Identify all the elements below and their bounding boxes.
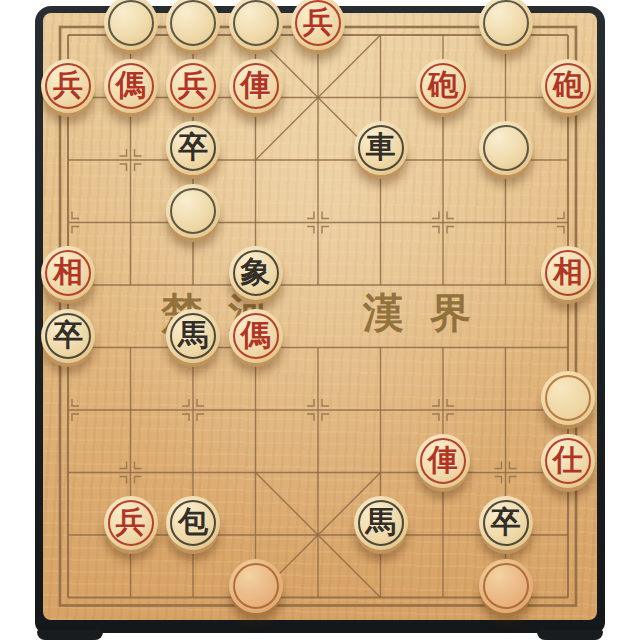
piece-face: 傌 <box>104 59 158 113</box>
piece-facedown[interactable] <box>479 559 533 613</box>
river-label-right: 漢界 <box>363 293 497 334</box>
piece-face: 兵 <box>41 59 95 113</box>
piece-face: 卒 <box>479 496 533 550</box>
piece-red-horse[interactable]: 傌 <box>229 309 283 363</box>
piece-facedown[interactable] <box>104 0 158 50</box>
piece-face: 卒 <box>166 121 220 175</box>
piece-red-soldier[interactable]: 兵 <box>166 59 220 113</box>
piece-red-cannon[interactable]: 砲 <box>416 59 470 113</box>
piece-red-cannon[interactable]: 砲 <box>541 59 595 113</box>
piece-character: 俥 <box>428 445 458 475</box>
piece-face: 砲 <box>541 59 595 113</box>
piece-facedown[interactable] <box>229 559 283 613</box>
piece-facedown[interactable] <box>479 121 533 175</box>
piece-character: 俥 <box>241 70 271 100</box>
piece-face: 相 <box>541 246 595 300</box>
piece-face <box>541 371 595 425</box>
piece-character: 包 <box>178 507 208 537</box>
piece-character: 兵 <box>116 507 146 537</box>
piece-red-chariot[interactable]: 俥 <box>229 59 283 113</box>
piece-face <box>229 0 283 50</box>
piece-black-elephant[interactable]: 象 <box>229 246 283 300</box>
piece-face: 砲 <box>416 59 470 113</box>
piece-red-elephant[interactable]: 相 <box>541 246 595 300</box>
piece-character: 相 <box>553 257 583 287</box>
app-screen: 楚河 漢界 兵兵傌兵俥砲砲卒車相象相卒馬傌俥仕兵包馬卒 <box>0 0 640 640</box>
piece-face: 車 <box>354 121 408 175</box>
piece-face: 兵 <box>291 0 345 50</box>
piece-red-soldier[interactable]: 兵 <box>291 0 345 50</box>
piece-character: 卒 <box>53 320 83 350</box>
piece-face: 兵 <box>104 496 158 550</box>
piece-face: 俥 <box>229 59 283 113</box>
piece-character: 車 <box>366 132 396 162</box>
piece-character: 砲 <box>428 70 458 100</box>
piece-facedown[interactable] <box>479 0 533 50</box>
piece-character: 傌 <box>116 70 146 100</box>
piece-black-soldier[interactable]: 卒 <box>41 309 95 363</box>
piece-black-chariot[interactable]: 車 <box>354 121 408 175</box>
piece-character: 砲 <box>553 70 583 100</box>
piece-red-soldier[interactable]: 兵 <box>41 59 95 113</box>
piece-face <box>479 121 533 175</box>
piece-face: 馬 <box>354 496 408 550</box>
piece-character: 相 <box>53 257 83 287</box>
piece-facedown[interactable] <box>166 0 220 50</box>
piece-face: 象 <box>229 246 283 300</box>
piece-facedown[interactable] <box>166 184 220 238</box>
piece-character: 仕 <box>553 445 583 475</box>
piece-character: 象 <box>241 257 271 287</box>
piece-character: 卒 <box>491 507 521 537</box>
piece-red-chariot[interactable]: 俥 <box>416 434 470 488</box>
piece-face: 馬 <box>166 309 220 363</box>
piece-black-horse[interactable]: 馬 <box>166 309 220 363</box>
piece-face: 兵 <box>166 59 220 113</box>
piece-face: 卒 <box>41 309 95 363</box>
piece-red-horse[interactable]: 傌 <box>104 59 158 113</box>
piece-character: 兵 <box>178 70 208 100</box>
piece-face: 仕 <box>541 434 595 488</box>
piece-character: 馬 <box>178 320 208 350</box>
piece-black-soldier[interactable]: 卒 <box>479 496 533 550</box>
piece-black-soldier[interactable]: 卒 <box>166 121 220 175</box>
piece-face: 相 <box>41 246 95 300</box>
piece-face <box>229 559 283 613</box>
piece-black-horse[interactable]: 馬 <box>354 496 408 550</box>
piece-red-elephant[interactable]: 相 <box>41 246 95 300</box>
piece-face <box>166 184 220 238</box>
piece-face <box>104 0 158 50</box>
piece-black-cannon[interactable]: 包 <box>166 496 220 550</box>
piece-face: 包 <box>166 496 220 550</box>
piece-facedown[interactable] <box>541 371 595 425</box>
piece-face <box>479 0 533 50</box>
piece-face <box>166 0 220 50</box>
piece-character: 馬 <box>366 507 396 537</box>
piece-character: 傌 <box>241 320 271 350</box>
piece-facedown[interactable] <box>229 0 283 50</box>
piece-character: 卒 <box>178 132 208 162</box>
piece-face <box>479 559 533 613</box>
piece-red-soldier[interactable]: 兵 <box>104 496 158 550</box>
piece-face: 俥 <box>416 434 470 488</box>
piece-red-advisor[interactable]: 仕 <box>541 434 595 488</box>
piece-face: 傌 <box>229 309 283 363</box>
piece-character: 兵 <box>53 70 83 100</box>
piece-character: 兵 <box>303 7 333 37</box>
